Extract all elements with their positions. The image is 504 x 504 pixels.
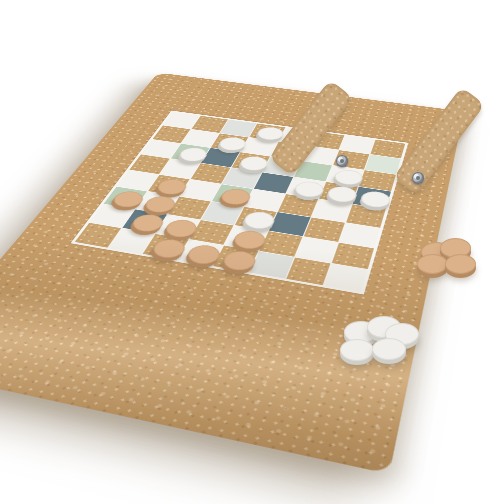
- tan-piece-c7[interactable]: [162, 218, 201, 239]
- white-piece-g3[interactable]: [332, 168, 365, 186]
- white-piece-d3[interactable]: [237, 155, 271, 172]
- loose-white-piece-5[interactable]: [372, 338, 406, 360]
- white-piece-b3[interactable]: [176, 146, 210, 163]
- tan-piece-e8[interactable]: [220, 249, 260, 273]
- tan-piece-b5[interactable]: [154, 178, 190, 197]
- metal-snap-button-left: [336, 155, 348, 167]
- white-piece-c2[interactable]: [216, 136, 249, 152]
- tan-piece-e7[interactable]: [231, 229, 269, 251]
- tan-piece-c8[interactable]: [149, 237, 189, 260]
- loose-white-piece-4[interactable]: [340, 339, 374, 361]
- loose-tan-piece-3[interactable]: [417, 254, 448, 274]
- product-photo-scene: [0, 0, 504, 504]
- metal-snap-button-right: [412, 172, 424, 184]
- board-pieces-layer: [76, 114, 407, 295]
- white-piece-e6[interactable]: [241, 210, 278, 231]
- tan-piece-b7[interactable]: [128, 213, 167, 234]
- white-piece-f4[interactable]: [292, 180, 326, 199]
- white-piece-g4[interactable]: [325, 185, 359, 204]
- tan-piece-d8[interactable]: [184, 243, 224, 266]
- checkers-board: [71, 111, 409, 295]
- white-piece-d1[interactable]: [255, 126, 287, 142]
- white-piece-h4[interactable]: [359, 190, 393, 209]
- tan-piece-b6[interactable]: [141, 195, 179, 215]
- tan-piece-d5[interactable]: [218, 187, 254, 206]
- tan-piece-a6[interactable]: [109, 190, 147, 209]
- loose-tan-piece-4[interactable]: [445, 254, 476, 274]
- cork-game-mat: [0, 73, 464, 474]
